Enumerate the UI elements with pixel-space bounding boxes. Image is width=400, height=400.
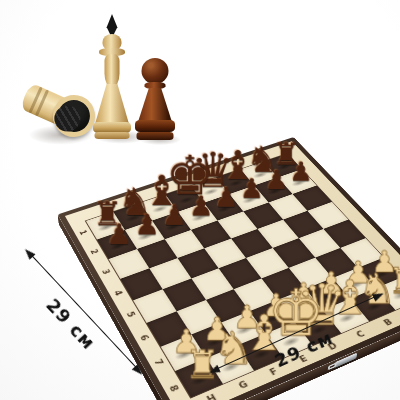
product-photo-scene: HGFEDCBA12345678 ♜♞♝♚♛♝♞♜♟♟♟♟♟♟♟♟♟♟♟♟♟♟♟… [0, 0, 400, 400]
dark-pawn: ♟ [96, 220, 143, 249]
